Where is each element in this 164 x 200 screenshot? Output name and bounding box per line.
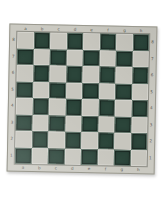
square-h8 [132,34,149,51]
coord-label-8: 8 [12,38,15,42]
coord-label-1: 1 [10,153,13,157]
square-h5 [131,83,148,100]
square-d1 [64,148,81,165]
coord-label-f: f [105,167,106,171]
coord-label-d: d [71,166,74,170]
coord-label-4: 4 [11,104,14,108]
coord-label-c: c [57,27,59,31]
square-e4 [82,99,99,116]
rank-labels-right: 87654321 [147,34,157,166]
coord-label-6: 6 [12,71,15,75]
coord-label-1: 1 [149,156,152,160]
square-c7 [50,49,67,66]
coord-label-e: e [88,167,91,171]
coord-label-8: 8 [151,41,154,45]
square-b7 [33,49,50,66]
coord-label-f: f [107,28,108,32]
square-f5 [98,83,115,100]
square-b1 [31,148,48,165]
coord-label-c: c [55,166,57,170]
square-d4 [65,99,82,116]
square-g1 [114,149,131,166]
square-e1 [81,148,98,165]
square-d5 [66,82,83,99]
square-e8 [83,33,100,50]
coord-label-a: a [24,26,27,30]
coord-label-7: 7 [12,54,15,58]
square-c4 [49,98,66,115]
square-h1 [130,149,147,166]
square-a7 [17,48,34,65]
square-a1 [15,147,32,164]
coord-label-h: h [140,29,143,33]
square-h4 [131,100,148,117]
coord-label-b: b [41,27,44,31]
square-g2 [114,133,131,150]
square-g6 [115,67,132,84]
square-f8 [99,33,116,50]
square-b2 [32,131,49,148]
coord-label-d: d [74,27,77,31]
square-a5 [16,81,33,98]
square-e2 [81,132,98,149]
square-f4 [98,99,115,116]
square-g7 [116,50,133,67]
coord-label-7: 7 [151,57,154,61]
coord-label-3: 3 [150,123,153,127]
square-c1 [48,148,65,165]
coord-label-5: 5 [11,87,14,91]
square-a3 [15,114,32,131]
product-photo: abcdefgh 87654321 87654321 abcdefgh [0,0,164,200]
coord-label-2: 2 [10,137,13,141]
square-c6 [49,65,66,82]
square-e6 [82,66,99,83]
coord-label-2: 2 [149,140,152,144]
square-f7 [99,50,116,67]
square-f3 [98,116,115,133]
coord-label-a: a [22,165,25,169]
square-f2 [98,132,115,149]
square-h7 [132,50,149,67]
square-h6 [132,67,149,84]
square-h2 [131,133,148,150]
square-f1 [97,149,114,166]
coord-label-e: e [90,28,93,32]
square-d6 [66,66,83,83]
square-a2 [15,131,32,148]
square-e5 [82,83,99,100]
square-a6 [16,65,33,82]
square-c3 [48,115,65,132]
square-g3 [114,116,131,133]
coord-label-g: g [123,28,126,32]
square-d2 [65,132,82,149]
square-d8 [66,33,83,50]
board-grid [15,32,150,167]
coord-label-h: h [137,168,140,172]
square-b5 [33,82,50,99]
square-e7 [83,50,100,67]
square-h3 [131,116,148,133]
coord-label-g: g [121,167,124,171]
square-g5 [115,83,132,100]
square-a4 [16,98,33,115]
square-b8 [33,32,50,49]
square-c5 [49,82,66,99]
square-g8 [116,34,133,51]
board-middle: 87654321 87654321 [8,32,157,167]
square-f6 [99,66,116,83]
coord-label-6: 6 [151,74,154,78]
square-b4 [32,98,49,115]
coord-label-4: 4 [150,107,153,111]
square-e3 [81,115,98,132]
square-c2 [48,131,65,148]
chessboard: abcdefgh 87654321 87654321 abcdefgh [7,24,158,175]
coord-label-3: 3 [11,120,14,124]
square-b6 [33,65,50,82]
square-d7 [66,49,83,66]
square-d3 [65,115,82,132]
coord-label-b: b [38,166,41,170]
square-b3 [32,115,49,132]
square-a8 [17,32,34,49]
square-g4 [115,100,132,117]
coord-label-5: 5 [150,90,153,94]
file-labels-bottom: abcdefgh [15,164,147,174]
square-c8 [50,32,67,49]
